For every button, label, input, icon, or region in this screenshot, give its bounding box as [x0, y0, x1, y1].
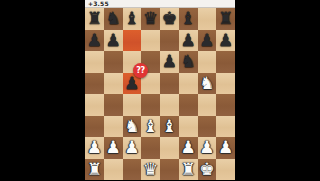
square-h5[interactable]: [216, 73, 235, 95]
square-a7[interactable]: ♟: [85, 30, 104, 52]
square-a2[interactable]: ♟: [85, 137, 104, 159]
piece-white-queen-d1[interactable]: ♛: [143, 160, 158, 177]
piece-white-pawn-a2[interactable]: ♟: [87, 139, 102, 156]
piece-black-queen-d8[interactable]: ♛: [143, 10, 158, 27]
square-a6[interactable]: [85, 51, 104, 73]
pillarbox-left: [0, 0, 85, 180]
piece-white-pawn-c2[interactable]: ♟: [124, 139, 139, 156]
square-h7[interactable]: ♟: [216, 30, 235, 52]
square-d3[interactable]: ♝: [141, 116, 160, 138]
piece-white-knight-g5[interactable]: ♞: [199, 74, 214, 91]
square-b5[interactable]: [104, 73, 123, 95]
square-f5[interactable]: [179, 73, 198, 95]
piece-black-pawn-f7[interactable]: ♟: [181, 31, 196, 48]
piece-black-king-e8[interactable]: ♚: [162, 10, 177, 27]
square-h1[interactable]: [216, 159, 235, 181]
video-frame: +3.55 ♜♞♝♛♚♝♜♟♟♟♟♟♟♞♟♞♞♝♝♟♟♟♟♟♟♜♛♜♚ ??: [0, 0, 320, 180]
square-d7[interactable]: [141, 30, 160, 52]
piece-white-rook-f1[interactable]: ♜: [181, 160, 196, 177]
pillarbox-right: [235, 0, 320, 180]
square-g5[interactable]: ♞: [198, 73, 217, 95]
square-h3[interactable]: [216, 116, 235, 138]
square-d2[interactable]: [141, 137, 160, 159]
piece-white-bishop-e3[interactable]: ♝: [162, 117, 177, 134]
piece-black-rook-a8[interactable]: ♜: [87, 10, 102, 27]
square-a3[interactable]: [85, 116, 104, 138]
square-d1[interactable]: ♛: [141, 159, 160, 181]
square-h8[interactable]: ♜: [216, 8, 235, 30]
square-b8[interactable]: ♞: [104, 8, 123, 30]
piece-black-rook-h8[interactable]: ♜: [218, 10, 233, 27]
piece-black-pawn-e6[interactable]: ♟: [162, 53, 177, 70]
square-g4[interactable]: [198, 94, 217, 116]
square-e6[interactable]: ♟: [160, 51, 179, 73]
square-c2[interactable]: ♟: [123, 137, 142, 159]
square-c3[interactable]: ♞: [123, 116, 142, 138]
square-f3[interactable]: [179, 116, 198, 138]
square-b1[interactable]: [104, 159, 123, 181]
square-e8[interactable]: ♚: [160, 8, 179, 30]
evaluation-score: +3.55: [85, 1, 109, 7]
piece-black-knight-b8[interactable]: ♞: [106, 10, 121, 27]
square-a8[interactable]: ♜: [85, 8, 104, 30]
square-c7[interactable]: [123, 30, 142, 52]
square-g3[interactable]: [198, 116, 217, 138]
piece-white-rook-a1[interactable]: ♜: [87, 160, 102, 177]
square-e3[interactable]: ♝: [160, 116, 179, 138]
square-d4[interactable]: [141, 94, 160, 116]
blunder-badge: ??: [133, 63, 148, 78]
square-b2[interactable]: ♟: [104, 137, 123, 159]
chess-app-view: +3.55 ♜♞♝♛♚♝♜♟♟♟♟♟♟♞♟♞♞♝♝♟♟♟♟♟♟♜♛♜♚ ??: [85, 0, 235, 180]
square-e4[interactable]: [160, 94, 179, 116]
square-c1[interactable]: [123, 159, 142, 181]
piece-black-pawn-g7[interactable]: ♟: [199, 31, 214, 48]
piece-white-pawn-f2[interactable]: ♟: [181, 139, 196, 156]
piece-black-bishop-c8[interactable]: ♝: [124, 10, 139, 27]
square-f2[interactable]: ♟: [179, 137, 198, 159]
square-g1[interactable]: ♚: [198, 159, 217, 181]
square-g6[interactable]: [198, 51, 217, 73]
square-c8[interactable]: ♝: [123, 8, 142, 30]
piece-black-bishop-f8[interactable]: ♝: [181, 10, 196, 27]
square-a4[interactable]: [85, 94, 104, 116]
square-g8[interactable]: [198, 8, 217, 30]
piece-white-pawn-g2[interactable]: ♟: [199, 139, 214, 156]
piece-white-king-g1[interactable]: ♚: [199, 160, 214, 177]
square-g2[interactable]: ♟: [198, 137, 217, 159]
square-b4[interactable]: [104, 94, 123, 116]
square-f1[interactable]: ♜: [179, 159, 198, 181]
piece-white-pawn-b2[interactable]: ♟: [106, 139, 121, 156]
square-b6[interactable]: [104, 51, 123, 73]
piece-white-bishop-d3[interactable]: ♝: [143, 117, 158, 134]
square-f4[interactable]: [179, 94, 198, 116]
piece-white-pawn-h2[interactable]: ♟: [218, 139, 233, 156]
square-g7[interactable]: ♟: [198, 30, 217, 52]
square-e7[interactable]: [160, 30, 179, 52]
square-e2[interactable]: [160, 137, 179, 159]
square-f7[interactable]: ♟: [179, 30, 198, 52]
square-b7[interactable]: ♟: [104, 30, 123, 52]
piece-black-pawn-a7[interactable]: ♟: [87, 31, 102, 48]
piece-black-pawn-h7[interactable]: ♟: [218, 31, 233, 48]
square-c4[interactable]: [123, 94, 142, 116]
piece-black-knight-f6[interactable]: ♞: [181, 53, 196, 70]
piece-white-knight-c3[interactable]: ♞: [124, 117, 139, 134]
blunder-badge-label: ??: [136, 66, 144, 74]
square-e5[interactable]: [160, 73, 179, 95]
square-a1[interactable]: ♜: [85, 159, 104, 181]
square-f6[interactable]: ♞: [179, 51, 198, 73]
chess-board: ♜♞♝♛♚♝♜♟♟♟♟♟♟♞♟♞♞♝♝♟♟♟♟♟♟♜♛♜♚ ??: [85, 8, 235, 180]
piece-black-pawn-b7[interactable]: ♟: [106, 31, 121, 48]
square-b3[interactable]: [104, 116, 123, 138]
square-e1[interactable]: [160, 159, 179, 181]
square-h6[interactable]: [216, 51, 235, 73]
square-f8[interactable]: ♝: [179, 8, 198, 30]
square-h4[interactable]: [216, 94, 235, 116]
square-a5[interactable]: [85, 73, 104, 95]
square-h2[interactable]: ♟: [216, 137, 235, 159]
square-d8[interactable]: ♛: [141, 8, 160, 30]
